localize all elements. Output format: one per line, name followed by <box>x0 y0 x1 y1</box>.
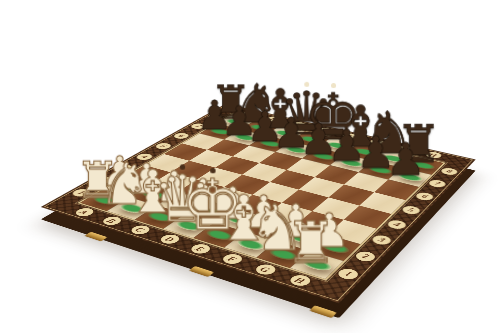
file-label-h-bottom: H <box>286 273 313 287</box>
board-assembly: ♜♞♝♛♚♝♞♜♟♟♟♟♟♟♟♟♟♟♟♟♟♟♟♟♜♞♝♛♚♝♞♜ AA88BB7… <box>41 104 476 303</box>
black-pawn-h7: ♟ <box>372 137 439 182</box>
board-frame: ♜♞♝♛♚♝♞♜♟♟♟♟♟♟♟♟♟♟♟♟♟♟♟♟♜♞♝♛♚♝♞♜ AA88BB7… <box>41 104 476 303</box>
rank-label-5-left: 5 <box>153 142 174 150</box>
chess-set-photo: ♜♞♝♛♚♝♞♜♟♟♟♟♟♟♟♟♟♟♟♟♟♟♟♟♜♞♝♛♚♝♞♜ AA88BB7… <box>0 0 500 333</box>
brass-hinge <box>84 232 107 242</box>
white-rook-h1: ♜ <box>274 213 346 271</box>
rank-label-5-right: 5 <box>400 204 423 215</box>
rank-label-3-right: 3 <box>370 234 394 246</box>
rank-label-6-right: 6 <box>414 191 436 201</box>
square-h7: ♟ <box>388 168 431 187</box>
brass-clasp <box>309 305 336 318</box>
brass-hinge <box>189 266 214 277</box>
rank-label-4-right: 4 <box>385 219 408 231</box>
